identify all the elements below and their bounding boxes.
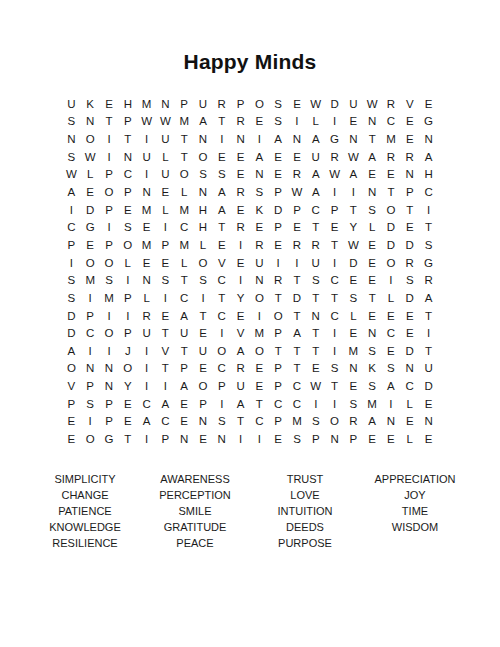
grid-cell: N xyxy=(137,183,156,201)
grid-cell: S xyxy=(363,377,382,395)
grid-cell: N xyxy=(212,430,231,448)
grid-cell: A xyxy=(250,148,269,166)
grid-cell: I xyxy=(231,430,250,448)
grid-cell: A xyxy=(419,289,438,307)
grid-cell: D xyxy=(382,236,401,254)
grid-cell: U xyxy=(306,254,325,272)
grid-cell: S xyxy=(306,271,325,289)
grid-cell: G xyxy=(419,113,438,131)
grid-cell: W xyxy=(325,166,344,184)
grid-cell: K xyxy=(81,95,100,113)
grid-cell: P xyxy=(100,166,119,184)
grid-cell: R xyxy=(400,148,419,166)
grid-cell: I xyxy=(100,148,119,166)
grid-cell: I xyxy=(62,254,81,272)
grid-cell: E xyxy=(194,430,213,448)
grid-cell: E xyxy=(363,254,382,272)
grid-cell: G xyxy=(325,130,344,148)
grid-cell: E xyxy=(212,148,231,166)
puzzle-title: Happy Minds xyxy=(0,50,500,74)
grid-cell: R xyxy=(344,413,363,431)
grid-cell: D xyxy=(400,342,419,360)
grid-cell: O xyxy=(100,324,119,342)
grid-cell: I xyxy=(344,183,363,201)
grid-cell: E xyxy=(382,166,401,184)
grid-cell: S xyxy=(118,218,137,236)
grid-cell: E xyxy=(156,254,175,272)
grid-cell: E xyxy=(250,113,269,131)
grid-cell: N xyxy=(363,183,382,201)
grid-cell: I xyxy=(325,395,344,413)
grid-cell: I xyxy=(194,289,213,307)
grid-cell: N xyxy=(288,130,307,148)
grid-cell: I xyxy=(288,113,307,131)
grid-cell: S xyxy=(62,289,81,307)
grid-cell: T xyxy=(175,130,194,148)
grid-cell: T xyxy=(212,218,231,236)
grid-cell: T xyxy=(344,201,363,219)
grid-cell: E xyxy=(269,236,288,254)
grid-cell: I xyxy=(325,183,344,201)
grid-cell: I xyxy=(231,236,250,254)
grid-cell: N xyxy=(194,413,213,431)
grid-cell: I xyxy=(81,413,100,431)
grid-cell: C xyxy=(118,166,137,184)
grid-cell: I xyxy=(100,130,119,148)
grid-cell: E xyxy=(62,413,81,431)
grid-cell: E xyxy=(382,307,401,325)
grid-cell: S xyxy=(288,430,307,448)
grid-cell: A xyxy=(382,377,401,395)
grid-cell: T xyxy=(306,324,325,342)
grid-cell: E xyxy=(231,201,250,219)
grid-cell: R xyxy=(382,148,401,166)
grid-cell: M xyxy=(175,113,194,131)
grid-cell: N xyxy=(231,130,250,148)
grid-cell: T xyxy=(306,218,325,236)
grid-cell: W xyxy=(363,95,382,113)
grid-cell: N xyxy=(344,360,363,378)
grid-cell: T xyxy=(325,289,344,307)
grid-cell: D xyxy=(62,307,81,325)
grid-cell: C xyxy=(400,377,419,395)
word-item: AWARENESS xyxy=(140,471,250,487)
grid-cell: C xyxy=(250,413,269,431)
grid-cell: A xyxy=(175,307,194,325)
grid-cell: N xyxy=(363,324,382,342)
word-item: CHANGE xyxy=(30,487,140,503)
grid-cell: W xyxy=(306,377,325,395)
grid-cell: T xyxy=(288,342,307,360)
grid-cell: S xyxy=(62,113,81,131)
grid-cell: U xyxy=(194,342,213,360)
grid-cell: D xyxy=(62,324,81,342)
grid-cell: E xyxy=(137,218,156,236)
grid-cell: O xyxy=(194,377,213,395)
grid-cell: L xyxy=(118,254,137,272)
grid-cell: E xyxy=(344,324,363,342)
grid-cell: G xyxy=(419,254,438,272)
grid-cell: A xyxy=(231,395,250,413)
word-item: JOY xyxy=(360,487,470,503)
grid-cell: T xyxy=(118,130,137,148)
grid-cell: C xyxy=(175,289,194,307)
grid-cell: S xyxy=(306,413,325,431)
grid-cell: P xyxy=(118,113,137,131)
grid-cell: I xyxy=(382,395,401,413)
grid-cell: S xyxy=(62,148,81,166)
grid-cell: C xyxy=(212,271,231,289)
grid-cell: L xyxy=(156,148,175,166)
grid-cell: P xyxy=(175,95,194,113)
grid-cell: T xyxy=(288,307,307,325)
grid-cell: E xyxy=(231,148,250,166)
grid-cell: N xyxy=(194,130,213,148)
grid-cell: P xyxy=(81,307,100,325)
grid-cell: E xyxy=(419,95,438,113)
grid-cell: E xyxy=(344,271,363,289)
grid-cell: C xyxy=(325,271,344,289)
grid-cell: I xyxy=(325,342,344,360)
grid-cell: O xyxy=(81,430,100,448)
grid-cell: N xyxy=(81,360,100,378)
grid-cell: E xyxy=(231,254,250,272)
grid-cell: E xyxy=(118,201,137,219)
grid-cell: N xyxy=(81,113,100,131)
grid-cell: T xyxy=(363,289,382,307)
grid-cell: E xyxy=(231,307,250,325)
grid-cell: E xyxy=(363,166,382,184)
grid-cell: U xyxy=(250,254,269,272)
grid-cell: I xyxy=(212,395,231,413)
grid-cell: N xyxy=(419,413,438,431)
grid-cell: P xyxy=(156,236,175,254)
grid-cell: T xyxy=(400,201,419,219)
word-item: SMILE xyxy=(140,503,250,519)
grid-cell: T xyxy=(419,342,438,360)
grid-cell: I xyxy=(100,218,119,236)
grid-cell: O xyxy=(118,360,137,378)
grid-cell: G xyxy=(81,218,100,236)
grid-cell: P xyxy=(269,413,288,431)
grid-cell: I xyxy=(137,360,156,378)
grid-cell: E xyxy=(400,130,419,148)
grid-cell: P xyxy=(212,377,231,395)
grid-cell: O xyxy=(250,342,269,360)
grid-cell: N xyxy=(194,183,213,201)
grid-cell: E xyxy=(344,113,363,131)
grid-cell: I xyxy=(62,201,81,219)
grid-cell: L xyxy=(344,307,363,325)
grid-cell: P xyxy=(269,218,288,236)
grid-cell: T xyxy=(382,183,401,201)
grid-cell: N xyxy=(156,95,175,113)
grid-cell: I xyxy=(81,342,100,360)
grid-cell: E xyxy=(212,236,231,254)
grid-cell: R xyxy=(231,113,250,131)
grid-cell: P xyxy=(400,183,419,201)
grid-cell: T xyxy=(250,395,269,413)
grid-cell: C xyxy=(288,377,307,395)
grid-cell: N xyxy=(382,413,401,431)
grid-cell: H xyxy=(194,201,213,219)
grid-cell: I xyxy=(137,377,156,395)
word-list-column: AWARENESSPERCEPTIONSMILEGRATITUDEPEACE xyxy=(140,471,250,551)
grid-cell: S xyxy=(62,271,81,289)
grid-cell: L xyxy=(382,289,401,307)
grid-cell: D xyxy=(400,289,419,307)
grid-cell: C xyxy=(382,113,401,131)
grid-cell: C xyxy=(419,183,438,201)
grid-cell: L xyxy=(400,430,419,448)
grid-cell: E xyxy=(288,218,307,236)
grid-cell: T xyxy=(269,342,288,360)
grid-cell: I xyxy=(419,201,438,219)
grid-cell: I xyxy=(100,342,119,360)
grid-cell: E xyxy=(175,395,194,413)
grid-cell: M xyxy=(344,342,363,360)
word-item: TRUST xyxy=(250,471,360,487)
word-item: KNOWLEDGE xyxy=(30,519,140,535)
letter-grid: UKEHMNPURPOSEWDUWRVESNTPWWMATRESILIENCEG… xyxy=(62,95,438,448)
grid-cell: N xyxy=(344,130,363,148)
grid-cell: L xyxy=(400,395,419,413)
grid-cell: P xyxy=(175,360,194,378)
grid-cell: E xyxy=(325,218,344,236)
grid-cell: O xyxy=(269,307,288,325)
grid-cell: P xyxy=(269,183,288,201)
grid-cell: T xyxy=(269,289,288,307)
grid-cell: R xyxy=(212,95,231,113)
grid-cell: E xyxy=(419,430,438,448)
grid-cell: L xyxy=(156,201,175,219)
grid-cell: N xyxy=(100,377,119,395)
grid-cell: T xyxy=(288,360,307,378)
grid-cell: O xyxy=(194,254,213,272)
grid-cell: P xyxy=(306,430,325,448)
grid-cell: O xyxy=(100,254,119,272)
grid-cell: T xyxy=(325,236,344,254)
grid-cell: N xyxy=(400,360,419,378)
grid-cell: E xyxy=(269,430,288,448)
grid-cell: P xyxy=(81,377,100,395)
grid-cell: P xyxy=(269,324,288,342)
grid-cell: T xyxy=(231,413,250,431)
puzzle-page: Happy Minds UKEHMNPURPOSEWDUWRVESNTPWWMA… xyxy=(0,0,500,647)
grid-cell: S xyxy=(269,95,288,113)
grid-cell: E xyxy=(118,413,137,431)
grid-cell: P xyxy=(231,95,250,113)
grid-cell: I xyxy=(250,130,269,148)
grid-cell: M xyxy=(382,130,401,148)
grid-cell: K xyxy=(363,360,382,378)
grid-cell: E xyxy=(118,395,137,413)
grid-cell: D xyxy=(325,95,344,113)
grid-cell: P xyxy=(100,395,119,413)
grid-cell: U xyxy=(156,130,175,148)
grid-cell: E xyxy=(156,307,175,325)
grid-cell: R xyxy=(269,271,288,289)
grid-cell: I xyxy=(325,254,344,272)
word-list-column: SIMPLICITYCHANGEPATIENCEKNOWLEDGERESILIE… xyxy=(30,471,140,551)
grid-cell: C xyxy=(156,413,175,431)
grid-cell: C xyxy=(306,201,325,219)
grid-cell: R xyxy=(325,148,344,166)
grid-cell: T xyxy=(100,113,119,131)
grid-cell: L xyxy=(363,218,382,236)
grid-cell: R xyxy=(250,236,269,254)
grid-cell: R xyxy=(288,236,307,254)
grid-cell: A xyxy=(175,377,194,395)
grid-cell: S xyxy=(212,413,231,431)
grid-cell: A xyxy=(363,413,382,431)
grid-cell: U xyxy=(175,324,194,342)
grid-cell: R xyxy=(306,236,325,254)
grid-cell: I xyxy=(137,430,156,448)
word-item: LOVE xyxy=(250,487,360,503)
word-item: PATIENCE xyxy=(30,503,140,519)
grid-cell: V xyxy=(231,324,250,342)
grid-cell: S xyxy=(212,166,231,184)
grid-cell: W xyxy=(344,236,363,254)
grid-cell: N xyxy=(419,130,438,148)
grid-cell: I xyxy=(156,218,175,236)
grid-cell: I xyxy=(306,395,325,413)
grid-cell: N xyxy=(363,113,382,131)
grid-cell: L xyxy=(175,254,194,272)
grid-cell: A xyxy=(306,130,325,148)
grid-cell: I xyxy=(212,130,231,148)
grid-cell: U xyxy=(231,377,250,395)
grid-cell: S xyxy=(363,342,382,360)
grid-cell: U xyxy=(194,95,213,113)
grid-cell: M xyxy=(363,395,382,413)
grid-cell: S xyxy=(156,271,175,289)
grid-cell: P xyxy=(156,430,175,448)
grid-cell: E xyxy=(419,395,438,413)
word-item: PURPOSE xyxy=(250,535,360,551)
grid-cell: N xyxy=(400,166,419,184)
grid-cell: N xyxy=(62,130,81,148)
grid-cell: O xyxy=(81,130,100,148)
grid-cell: M xyxy=(81,271,100,289)
grid-cell: I xyxy=(382,271,401,289)
grid-cell: N xyxy=(137,271,156,289)
grid-cell: P xyxy=(100,413,119,431)
grid-cell: E xyxy=(382,430,401,448)
grid-cell: C xyxy=(212,360,231,378)
grid-cell: A xyxy=(62,342,81,360)
word-item: INTUITION xyxy=(250,503,360,519)
grid-cell: A xyxy=(156,395,175,413)
grid-cell: T xyxy=(156,324,175,342)
word-item: GRATITUDE xyxy=(140,519,250,535)
grid-cell: A xyxy=(62,183,81,201)
grid-cell: O xyxy=(62,360,81,378)
grid-cell: T xyxy=(118,430,137,448)
grid-cell: E xyxy=(250,377,269,395)
grid-cell: A xyxy=(212,201,231,219)
grid-cell: C xyxy=(81,324,100,342)
grid-cell: J xyxy=(118,342,137,360)
grid-cell: E xyxy=(194,324,213,342)
grid-cell: W xyxy=(137,113,156,131)
grid-cell: V xyxy=(156,342,175,360)
grid-cell: Y xyxy=(118,377,137,395)
grid-cell: U xyxy=(62,95,81,113)
grid-cell: I xyxy=(325,324,344,342)
grid-cell: O xyxy=(175,166,194,184)
grid-cell: S xyxy=(419,236,438,254)
word-list-column: APPRECIATIONJOYTIMEWISDOM xyxy=(360,471,470,551)
grid-cell: D xyxy=(344,254,363,272)
grid-cell: L xyxy=(194,236,213,254)
grid-cell: C xyxy=(62,218,81,236)
grid-cell: C xyxy=(175,218,194,236)
grid-cell: W xyxy=(156,113,175,131)
grid-cell: E xyxy=(344,377,363,395)
grid-cell: A xyxy=(306,166,325,184)
grid-cell: E xyxy=(363,236,382,254)
grid-cell: O xyxy=(325,413,344,431)
grid-cell: R xyxy=(382,95,401,113)
grid-cell: C xyxy=(137,395,156,413)
grid-cell: M xyxy=(137,201,156,219)
grid-cell: I xyxy=(250,430,269,448)
grid-cell: E xyxy=(269,166,288,184)
grid-cell: N xyxy=(175,430,194,448)
word-item: PEACE xyxy=(140,535,250,551)
grid-cell: T xyxy=(194,307,213,325)
grid-cell: U xyxy=(306,148,325,166)
grid-cell: C xyxy=(382,324,401,342)
grid-cell: E xyxy=(400,307,419,325)
grid-cell: S xyxy=(194,271,213,289)
grid-cell: T xyxy=(306,289,325,307)
grid-cell: L xyxy=(175,183,194,201)
grid-cell: E xyxy=(288,95,307,113)
grid-cell: N xyxy=(250,166,269,184)
grid-cell: T xyxy=(212,289,231,307)
grid-cell: P xyxy=(118,289,137,307)
grid-cell: M xyxy=(288,413,307,431)
grid-cell: O xyxy=(382,201,401,219)
grid-cell: M xyxy=(137,95,156,113)
grid-cell: H xyxy=(419,166,438,184)
grid-cell: I xyxy=(250,307,269,325)
grid-cell: T xyxy=(156,360,175,378)
grid-cell: I xyxy=(419,324,438,342)
grid-cell: P xyxy=(62,395,81,413)
grid-cell: S xyxy=(382,360,401,378)
grid-cell: I xyxy=(269,254,288,272)
grid-cell: P xyxy=(288,201,307,219)
grid-cell: E xyxy=(306,360,325,378)
grid-cell: H xyxy=(118,95,137,113)
grid-cell: P xyxy=(269,360,288,378)
grid-cell: E xyxy=(62,430,81,448)
grid-cell: U xyxy=(137,148,156,166)
grid-cell: D xyxy=(269,201,288,219)
grid-cell: I xyxy=(118,307,137,325)
grid-cell: E xyxy=(194,360,213,378)
grid-cell: P xyxy=(118,324,137,342)
grid-cell: S xyxy=(194,166,213,184)
grid-cell: C xyxy=(212,307,231,325)
grid-cell: O xyxy=(194,148,213,166)
grid-cell: R xyxy=(137,307,156,325)
grid-cell: E xyxy=(363,307,382,325)
